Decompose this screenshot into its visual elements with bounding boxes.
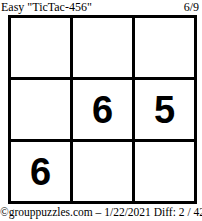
cell-r2c2-given: 6 — [73, 80, 132, 139]
cell-r1c3[interactable] — [135, 18, 194, 77]
cell-r3c2[interactable] — [73, 142, 132, 201]
cell-r3c1-given: 6 — [11, 142, 70, 201]
cell-r1c1[interactable] — [11, 18, 70, 77]
cell-r2c3-given: 5 — [135, 80, 194, 139]
cell-r3c3[interactable] — [135, 142, 194, 201]
cell-r1c2[interactable] — [73, 18, 132, 77]
puzzle-board: 6 5 6 — [8, 15, 197, 204]
copyright-line: ©grouppuzzles.com – 1/22/2021 Diff: 2 / … — [0, 205, 202, 219]
cell-r2c1[interactable] — [11, 80, 70, 139]
header-bar: Easy "TicTac-456" 6/9 — [0, 0, 202, 14]
cell-counter: 6/9 — [184, 1, 199, 14]
puzzle-title: Easy "TicTac-456" — [1, 1, 92, 14]
